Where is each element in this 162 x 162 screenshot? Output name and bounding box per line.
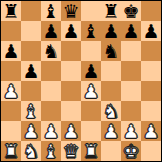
square-b3[interactable]: ♝ xyxy=(21,101,41,121)
square-a1[interactable]: ♜ xyxy=(1,141,21,161)
square-c3[interactable] xyxy=(41,101,61,121)
square-e4[interactable]: ♟ xyxy=(81,81,101,101)
square-g6[interactable] xyxy=(121,41,141,61)
square-a3[interactable] xyxy=(1,101,21,121)
square-g7[interactable]: ♟ xyxy=(121,21,141,41)
square-f8[interactable]: ♜ xyxy=(101,1,121,21)
piece-white-pawn: ♟ xyxy=(82,81,99,101)
piece-black-bishop: ♝ xyxy=(42,1,59,21)
square-a8[interactable]: ♜ xyxy=(1,1,21,21)
square-e2[interactable] xyxy=(81,121,101,141)
square-g3[interactable] xyxy=(121,101,141,121)
square-f1[interactable] xyxy=(101,141,121,161)
piece-white-pawn: ♟ xyxy=(22,121,39,141)
square-g4[interactable] xyxy=(121,81,141,101)
piece-black-queen: ♛ xyxy=(62,1,79,21)
square-b5[interactable]: ♟ xyxy=(21,61,41,81)
piece-black-pawn: ♟ xyxy=(142,21,159,41)
square-e5[interactable]: ♟ xyxy=(81,61,101,81)
piece-white-rook: ♜ xyxy=(2,141,19,161)
square-f6[interactable]: ♞ xyxy=(101,41,121,61)
square-b2[interactable]: ♟ xyxy=(21,121,41,141)
piece-white-pawn: ♟ xyxy=(42,121,59,141)
square-h4[interactable] xyxy=(141,81,161,101)
square-b8[interactable] xyxy=(21,1,41,21)
square-c6[interactable]: ♞ xyxy=(41,41,61,61)
square-f5[interactable] xyxy=(101,61,121,81)
piece-white-knight: ♞ xyxy=(22,141,39,161)
square-c2[interactable]: ♟ xyxy=(41,121,61,141)
square-c8[interactable]: ♝ xyxy=(41,1,61,21)
square-e7[interactable]: ♝ xyxy=(81,21,101,41)
piece-white-pawn: ♟ xyxy=(142,121,159,141)
piece-black-knight: ♞ xyxy=(42,41,59,61)
square-g8[interactable]: ♚ xyxy=(121,1,141,21)
square-d3[interactable] xyxy=(61,101,81,121)
square-f3[interactable]: ♞ xyxy=(101,101,121,121)
piece-white-rook: ♜ xyxy=(82,141,99,161)
piece-black-bishop: ♝ xyxy=(82,21,99,41)
square-h1[interactable] xyxy=(141,141,161,161)
square-g2[interactable]: ♟ xyxy=(121,121,141,141)
piece-black-rook: ♜ xyxy=(2,1,19,21)
square-b4[interactable] xyxy=(21,81,41,101)
square-a6[interactable]: ♟ xyxy=(1,41,21,61)
square-f2[interactable]: ♟ xyxy=(101,121,121,141)
square-e3[interactable] xyxy=(81,101,101,121)
square-d2[interactable]: ♟ xyxy=(61,121,81,141)
square-b6[interactable] xyxy=(21,41,41,61)
square-d4[interactable] xyxy=(61,81,81,101)
piece-black-knight: ♞ xyxy=(102,41,119,61)
square-b7[interactable] xyxy=(21,21,41,41)
square-a4[interactable]: ♟ xyxy=(1,81,21,101)
square-a7[interactable] xyxy=(1,21,21,41)
square-b1[interactable]: ♞ xyxy=(21,141,41,161)
square-h8[interactable] xyxy=(141,1,161,21)
chess-board: ♜♝♛♜♚♟♟♝♟♟♟♟♞♞♟♟♟♟♝♞♟♟♟♟♟♟♜♞♝♛♜♚ xyxy=(1,1,161,161)
square-a5[interactable] xyxy=(1,61,21,81)
piece-white-pawn: ♟ xyxy=(2,81,19,101)
square-c7[interactable]: ♟ xyxy=(41,21,61,41)
square-e8[interactable] xyxy=(81,1,101,21)
piece-white-bishop: ♝ xyxy=(42,141,59,161)
piece-black-pawn: ♟ xyxy=(22,61,39,81)
square-h3[interactable] xyxy=(141,101,161,121)
square-c4[interactable] xyxy=(41,81,61,101)
piece-black-pawn: ♟ xyxy=(102,21,119,41)
piece-white-knight: ♞ xyxy=(102,101,119,121)
piece-black-pawn: ♟ xyxy=(42,21,59,41)
piece-black-pawn: ♟ xyxy=(122,21,139,41)
piece-black-pawn: ♟ xyxy=(62,21,79,41)
piece-white-pawn: ♟ xyxy=(122,121,139,141)
square-c5[interactable] xyxy=(41,61,61,81)
piece-black-pawn: ♟ xyxy=(82,61,99,81)
square-e6[interactable] xyxy=(81,41,101,61)
piece-white-bishop: ♝ xyxy=(22,101,39,121)
square-h2[interactable]: ♟ xyxy=(141,121,161,141)
square-c1[interactable]: ♝ xyxy=(41,141,61,161)
square-h6[interactable] xyxy=(141,41,161,61)
square-d8[interactable]: ♛ xyxy=(61,1,81,21)
square-a2[interactable] xyxy=(1,121,21,141)
piece-white-queen: ♛ xyxy=(62,141,79,161)
square-f4[interactable] xyxy=(101,81,121,101)
piece-black-pawn: ♟ xyxy=(2,41,19,61)
piece-black-king: ♚ xyxy=(122,1,139,21)
square-e1[interactable]: ♜ xyxy=(81,141,101,161)
square-g5[interactable] xyxy=(121,61,141,81)
piece-white-king: ♚ xyxy=(122,141,139,161)
piece-white-pawn: ♟ xyxy=(102,121,119,141)
square-h5[interactable] xyxy=(141,61,161,81)
square-h7[interactable]: ♟ xyxy=(141,21,161,41)
square-d6[interactable] xyxy=(61,41,81,61)
chess-board-frame: ♜♝♛♜♚♟♟♝♟♟♟♟♞♞♟♟♟♟♝♞♟♟♟♟♟♟♜♞♝♛♜♚ xyxy=(0,0,162,162)
square-f7[interactable]: ♟ xyxy=(101,21,121,41)
square-d5[interactable] xyxy=(61,61,81,81)
square-d7[interactable]: ♟ xyxy=(61,21,81,41)
square-d1[interactable]: ♛ xyxy=(61,141,81,161)
piece-black-rook: ♜ xyxy=(102,1,119,21)
piece-white-pawn: ♟ xyxy=(62,121,79,141)
square-g1[interactable]: ♚ xyxy=(121,141,141,161)
